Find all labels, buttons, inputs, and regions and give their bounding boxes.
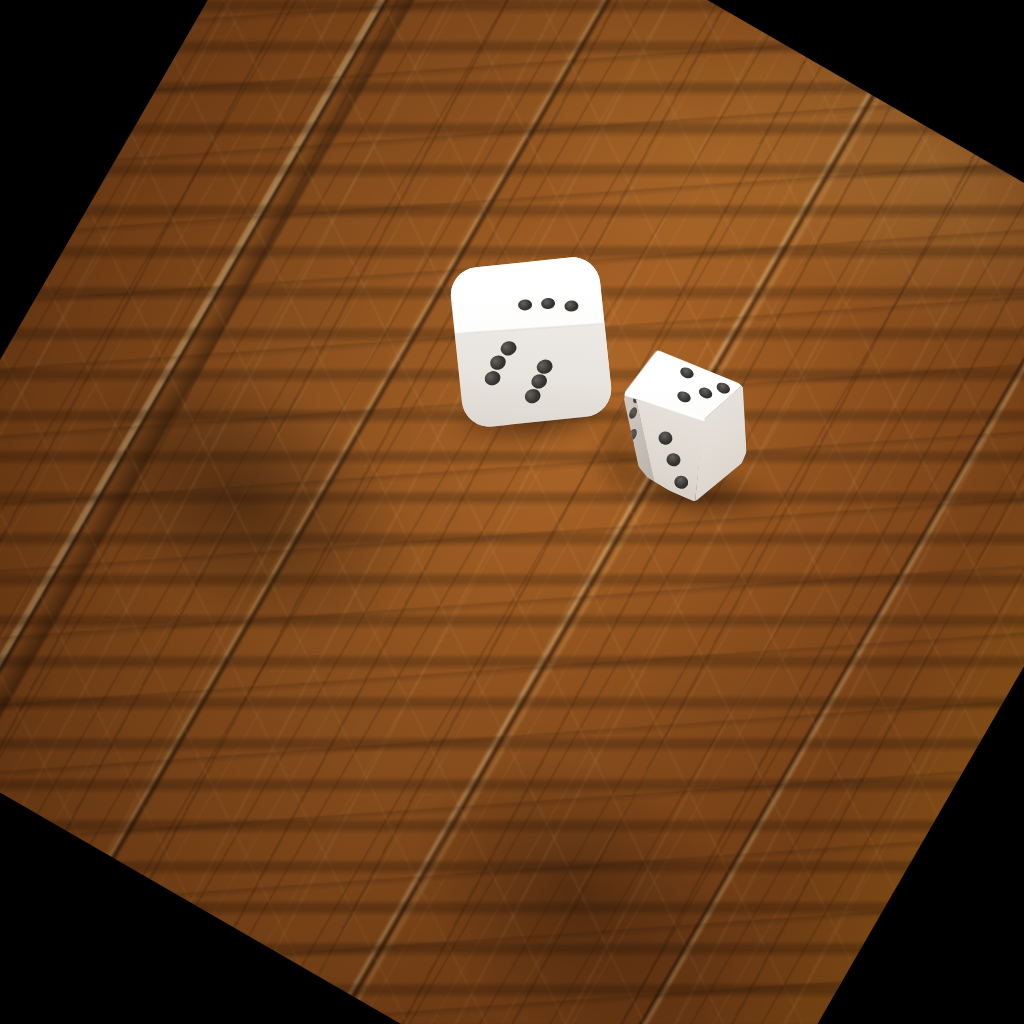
pip (657, 430, 674, 446)
pip (529, 372, 549, 391)
pip (482, 369, 502, 388)
pip (564, 300, 579, 312)
pip (665, 452, 682, 468)
pip (715, 381, 732, 396)
pip (541, 297, 556, 309)
pip (673, 474, 690, 490)
pip (488, 354, 508, 373)
pip (628, 406, 639, 420)
pip (697, 385, 714, 400)
scene (0, 0, 1024, 1024)
left-die-body (448, 255, 614, 430)
pip (679, 365, 696, 380)
wood-table-photo (0, 0, 1024, 1024)
pip (523, 387, 543, 406)
pip (676, 389, 693, 404)
left-die[interactable] (448, 255, 614, 430)
pip (518, 299, 533, 311)
